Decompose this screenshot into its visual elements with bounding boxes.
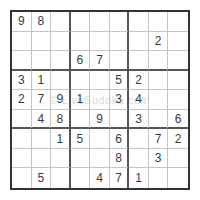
- sudoku-cell-r8c6[interactable]: 8: [110, 149, 130, 169]
- given-digit: 7: [96, 54, 103, 66]
- sudoku-cell-r5c6[interactable]: 3: [110, 90, 130, 110]
- sudoku-cell-r3c5[interactable]: 7: [90, 51, 110, 71]
- sudoku-cell-r6c3[interactable]: 8: [51, 110, 71, 130]
- given-digit: 7: [155, 133, 162, 145]
- sudoku-cell-r4c3[interactable]: [51, 71, 71, 91]
- given-digit: 3: [18, 74, 25, 86]
- sudoku-page: © LiveSudoku.com 98267315227913448936156…: [0, 0, 200, 200]
- sudoku-cell-r1c8[interactable]: [149, 12, 169, 32]
- given-digit: 1: [77, 93, 84, 105]
- given-digit: 5: [37, 172, 44, 184]
- sudoku-cell-r5c5[interactable]: [90, 90, 110, 110]
- sudoku-cell-r5c3[interactable]: 9: [51, 90, 71, 110]
- sudoku-cell-r9c6[interactable]: 7: [110, 168, 130, 188]
- sudoku-cell-r4c8[interactable]: [149, 71, 169, 91]
- sudoku-cell-r3c6[interactable]: [110, 51, 130, 71]
- sudoku-cell-r2c2[interactable]: [32, 32, 52, 52]
- sudoku-cell-r2c8[interactable]: 2: [149, 32, 169, 52]
- sudoku-cell-r4c2[interactable]: 1: [32, 71, 52, 91]
- sudoku-cell-r2c3[interactable]: [51, 32, 71, 52]
- sudoku-cell-r2c5[interactable]: [90, 32, 110, 52]
- sudoku-cell-r3c9[interactable]: [168, 51, 188, 71]
- sudoku-cell-r6c2[interactable]: 4: [32, 110, 52, 130]
- sudoku-cell-r3c3[interactable]: [51, 51, 71, 71]
- sudoku-cell-r7c9[interactable]: 2: [168, 129, 188, 149]
- sudoku-cell-r4c4[interactable]: [71, 71, 91, 91]
- given-digit: 5: [77, 133, 84, 145]
- sudoku-cell-r1c7[interactable]: [129, 12, 149, 32]
- sudoku-cell-r5c7[interactable]: 4: [129, 90, 149, 110]
- given-digit: 6: [115, 133, 122, 145]
- given-digit: 2: [155, 35, 162, 47]
- board-wrapper: © LiveSudoku.com 98267315227913448936156…: [10, 10, 190, 190]
- sudoku-cell-r5c4[interactable]: 1: [71, 90, 91, 110]
- given-digit: 9: [96, 113, 103, 125]
- sudoku-cell-r8c7[interactable]: [129, 149, 149, 169]
- sudoku-cell-r6c9[interactable]: 6: [168, 110, 188, 130]
- sudoku-cell-r7c7[interactable]: [129, 129, 149, 149]
- given-digit: 6: [175, 113, 182, 125]
- sudoku-cell-r6c6[interactable]: [110, 110, 130, 130]
- sudoku-cell-r7c3[interactable]: 1: [51, 129, 71, 149]
- sudoku-cell-r7c5[interactable]: [90, 129, 110, 149]
- sudoku-cell-r8c8[interactable]: 3: [149, 149, 169, 169]
- sudoku-cell-r9c8[interactable]: [149, 168, 169, 188]
- sudoku-cell-r5c9[interactable]: [168, 90, 188, 110]
- given-digit: 3: [155, 152, 162, 164]
- sudoku-cell-r6c1[interactable]: [12, 110, 32, 130]
- sudoku-cell-r2c9[interactable]: [168, 32, 188, 52]
- sudoku-cell-r8c2[interactable]: [32, 149, 52, 169]
- sudoku-cell-r7c1[interactable]: [12, 129, 32, 149]
- given-digit: 1: [37, 74, 44, 86]
- given-digit: 3: [135, 113, 142, 125]
- sudoku-cell-r8c9[interactable]: [168, 149, 188, 169]
- given-digit: 2: [135, 74, 142, 86]
- given-digit: 9: [18, 15, 25, 27]
- sudoku-cell-r9c4[interactable]: [71, 168, 91, 188]
- sudoku-board: 9826731522791344893615672835471: [10, 10, 190, 190]
- given-digit: 7: [37, 93, 44, 105]
- given-digit: 8: [37, 15, 44, 27]
- given-digit: 2: [18, 93, 25, 105]
- sudoku-cell-r9c7[interactable]: 1: [129, 168, 149, 188]
- sudoku-cell-r3c1[interactable]: [12, 51, 32, 71]
- sudoku-cell-r8c5[interactable]: [90, 149, 110, 169]
- sudoku-cell-r6c7[interactable]: 3: [129, 110, 149, 130]
- sudoku-cell-r4c6[interactable]: 5: [110, 71, 130, 91]
- sudoku-cell-r4c9[interactable]: [168, 71, 188, 91]
- sudoku-cell-r9c3[interactable]: [51, 168, 71, 188]
- sudoku-cell-r2c6[interactable]: [110, 32, 130, 52]
- sudoku-cell-r1c9[interactable]: [168, 12, 188, 32]
- sudoku-cell-r1c1[interactable]: 9: [12, 12, 32, 32]
- sudoku-cell-r9c5[interactable]: 4: [90, 168, 110, 188]
- given-digit: 4: [37, 113, 44, 125]
- sudoku-cell-r4c5[interactable]: [90, 71, 110, 91]
- sudoku-cell-r9c1[interactable]: [12, 168, 32, 188]
- sudoku-cell-r5c8[interactable]: [149, 90, 169, 110]
- given-digit: 7: [115, 172, 122, 184]
- sudoku-cell-r4c1[interactable]: 3: [12, 71, 32, 91]
- sudoku-cell-r5c1[interactable]: 2: [12, 90, 32, 110]
- sudoku-cell-r3c8[interactable]: [149, 51, 169, 71]
- sudoku-cell-r3c2[interactable]: [32, 51, 52, 71]
- sudoku-cell-r3c7[interactable]: [129, 51, 149, 71]
- given-digit: 1: [135, 172, 142, 184]
- given-digit: 3: [115, 93, 122, 105]
- sudoku-cell-r9c2[interactable]: 5: [32, 168, 52, 188]
- sudoku-cell-r2c1[interactable]: [12, 32, 32, 52]
- sudoku-cell-r1c6[interactable]: [110, 12, 130, 32]
- sudoku-cell-r2c4[interactable]: [71, 32, 91, 52]
- given-digit: 1: [57, 133, 64, 145]
- sudoku-cell-r6c8[interactable]: [149, 110, 169, 130]
- given-digit: 5: [115, 74, 122, 86]
- sudoku-cell-r5c2[interactable]: 7: [32, 90, 52, 110]
- sudoku-cell-r1c3[interactable]: [51, 12, 71, 32]
- sudoku-cell-r1c4[interactable]: [71, 12, 91, 32]
- sudoku-cell-r7c6[interactable]: 6: [110, 129, 130, 149]
- sudoku-cell-r8c1[interactable]: [12, 149, 32, 169]
- sudoku-cell-r6c5[interactable]: 9: [90, 110, 110, 130]
- sudoku-cell-r9c9[interactable]: [168, 168, 188, 188]
- sudoku-cell-r8c4[interactable]: [71, 149, 91, 169]
- given-digit: 4: [135, 93, 142, 105]
- sudoku-cell-r4c7[interactable]: 2: [129, 71, 149, 91]
- sudoku-cell-r7c8[interactable]: 7: [149, 129, 169, 149]
- sudoku-cell-r6c4[interactable]: [71, 110, 91, 130]
- given-digit: 8: [57, 113, 64, 125]
- sudoku-cell-r7c2[interactable]: [32, 129, 52, 149]
- given-digit: 4: [96, 172, 103, 184]
- given-digit: 6: [77, 54, 84, 66]
- sudoku-cell-r3c4[interactable]: 6: [71, 51, 91, 71]
- given-digit: 9: [57, 93, 64, 105]
- sudoku-cell-r1c5[interactable]: [90, 12, 110, 32]
- sudoku-cell-r2c7[interactable]: [129, 32, 149, 52]
- sudoku-cell-r7c4[interactable]: 5: [71, 129, 91, 149]
- sudoku-cell-r1c2[interactable]: 8: [32, 12, 52, 32]
- given-digit: 8: [115, 152, 122, 164]
- given-digit: 2: [175, 133, 182, 145]
- sudoku-cell-r8c3[interactable]: [51, 149, 71, 169]
